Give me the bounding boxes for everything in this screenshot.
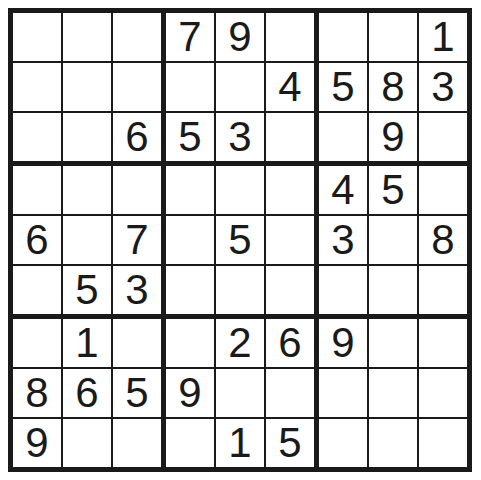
cell-r2c2-empty[interactable] [63, 63, 113, 113]
cell-r2c4-empty[interactable] [166, 63, 216, 113]
cell-r5c4-empty[interactable] [166, 216, 216, 266]
cell-r1c7-empty[interactable] [319, 13, 369, 63]
cell-r7c7-given[interactable]: 9 [319, 319, 369, 369]
cell-r4c3-empty[interactable] [113, 166, 166, 216]
cell-r8c2-given[interactable]: 6 [63, 369, 113, 419]
cell-r6c9-empty[interactable] [419, 266, 467, 319]
cell-r5c2-empty[interactable] [63, 216, 113, 266]
cell-r1c4-given[interactable]: 7 [166, 13, 216, 63]
cell-r8c9-empty[interactable] [419, 369, 467, 419]
cell-r1c8-empty[interactable] [369, 13, 419, 63]
cell-r3c7-empty[interactable] [319, 113, 369, 166]
cell-r7c2-given[interactable]: 1 [63, 319, 113, 369]
cell-r8c4-given[interactable]: 9 [166, 369, 216, 419]
cell-r4c6-empty[interactable] [266, 166, 319, 216]
cell-r6c2-given[interactable]: 5 [63, 266, 113, 319]
cell-r2c1-empty[interactable] [13, 63, 63, 113]
cell-r6c5-empty[interactable] [216, 266, 266, 319]
cell-r9c3-empty[interactable] [113, 419, 166, 467]
cell-r5c7-given[interactable]: 3 [319, 216, 369, 266]
cell-r2c6-given[interactable]: 4 [266, 63, 319, 113]
cell-r8c7-empty[interactable] [319, 369, 369, 419]
cell-r1c9-given[interactable]: 1 [419, 13, 467, 63]
cell-r2c5-empty[interactable] [216, 63, 266, 113]
cell-r4c7-given[interactable]: 4 [319, 166, 369, 216]
cell-r7c4-empty[interactable] [166, 319, 216, 369]
cell-r7c3-empty[interactable] [113, 319, 166, 369]
cell-r9c1-given[interactable]: 9 [13, 419, 63, 467]
cell-r7c1-empty[interactable] [13, 319, 63, 369]
cell-r3c5-given[interactable]: 3 [216, 113, 266, 166]
cell-r6c6-empty[interactable] [266, 266, 319, 319]
cell-r3c2-empty[interactable] [63, 113, 113, 166]
cell-r7c6-given[interactable]: 6 [266, 319, 319, 369]
cell-r1c5-given[interactable]: 9 [216, 13, 266, 63]
cell-r6c8-empty[interactable] [369, 266, 419, 319]
cell-r8c8-empty[interactable] [369, 369, 419, 419]
sudoku-board-container: 7914583653945675385312698659915 [8, 8, 472, 472]
cell-r7c8-empty[interactable] [369, 319, 419, 369]
sudoku-board: 7914583653945675385312698659915 [8, 8, 472, 472]
cell-r6c7-empty[interactable] [319, 266, 369, 319]
cell-r2c7-given[interactable]: 5 [319, 63, 369, 113]
cell-r1c3-empty[interactable] [113, 13, 166, 63]
cell-r4c4-empty[interactable] [166, 166, 216, 216]
cell-r5c1-given[interactable]: 6 [13, 216, 63, 266]
cell-r5c8-empty[interactable] [369, 216, 419, 266]
cell-r9c9-empty[interactable] [419, 419, 467, 467]
cell-r8c1-given[interactable]: 8 [13, 369, 63, 419]
cell-r4c8-given[interactable]: 5 [369, 166, 419, 216]
cell-r4c1-empty[interactable] [13, 166, 63, 216]
cell-r9c7-empty[interactable] [319, 419, 369, 467]
cell-r4c5-empty[interactable] [216, 166, 266, 216]
cell-r2c8-given[interactable]: 8 [369, 63, 419, 113]
cell-r1c6-empty[interactable] [266, 13, 319, 63]
cell-r2c3-empty[interactable] [113, 63, 166, 113]
cell-r8c3-given[interactable]: 5 [113, 369, 166, 419]
cell-r5c6-empty[interactable] [266, 216, 319, 266]
cell-r3c8-given[interactable]: 9 [369, 113, 419, 166]
cell-r5c9-given[interactable]: 8 [419, 216, 467, 266]
cell-r8c5-empty[interactable] [216, 369, 266, 419]
cell-r9c8-empty[interactable] [369, 419, 419, 467]
cell-r9c5-given[interactable]: 1 [216, 419, 266, 467]
cell-r7c9-empty[interactable] [419, 319, 467, 369]
cell-r3c4-given[interactable]: 5 [166, 113, 216, 166]
cell-r9c4-empty[interactable] [166, 419, 216, 467]
cell-r1c1-empty[interactable] [13, 13, 63, 63]
cell-r9c2-empty[interactable] [63, 419, 113, 467]
cell-r4c9-empty[interactable] [419, 166, 467, 216]
cell-r6c1-empty[interactable] [13, 266, 63, 319]
cell-r8c6-empty[interactable] [266, 369, 319, 419]
cell-r3c6-empty[interactable] [266, 113, 319, 166]
cell-r1c2-empty[interactable] [63, 13, 113, 63]
cell-r5c3-given[interactable]: 7 [113, 216, 166, 266]
cell-r4c2-empty[interactable] [63, 166, 113, 216]
cell-r6c3-given[interactable]: 3 [113, 266, 166, 319]
cell-r6c4-empty[interactable] [166, 266, 216, 319]
cell-r5c5-given[interactable]: 5 [216, 216, 266, 266]
cell-r3c9-empty[interactable] [419, 113, 467, 166]
cell-r9c6-given[interactable]: 5 [266, 419, 319, 467]
cell-r7c5-given[interactable]: 2 [216, 319, 266, 369]
cell-r3c3-given[interactable]: 6 [113, 113, 166, 166]
cell-r2c9-given[interactable]: 3 [419, 63, 467, 113]
cell-r3c1-empty[interactable] [13, 113, 63, 166]
